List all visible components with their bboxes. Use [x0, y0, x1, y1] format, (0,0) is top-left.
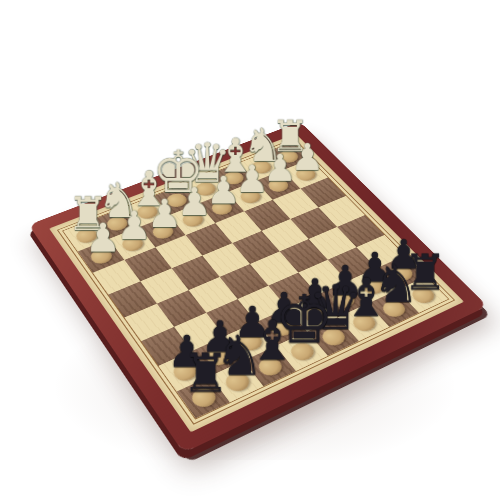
product-photo-scene: ♜♞♝♚♛♝♞♜♟♟♟♟♟♟♟♟♟♟♟♟♟♟♟♟♜♞♝♚♛♝♞♜ [0, 0, 500, 500]
piece-white-pawn[interactable]: ♟ [85, 218, 121, 258]
piece-white-pawn[interactable]: ♟ [116, 206, 151, 245]
square-h2[interactable]: ♟ [78, 239, 125, 273]
square-h8[interactable]: ♜ [177, 376, 230, 418]
piece-white-pawn[interactable]: ♟ [147, 194, 182, 233]
piece-black-rook[interactable]: ♜ [181, 346, 229, 400]
